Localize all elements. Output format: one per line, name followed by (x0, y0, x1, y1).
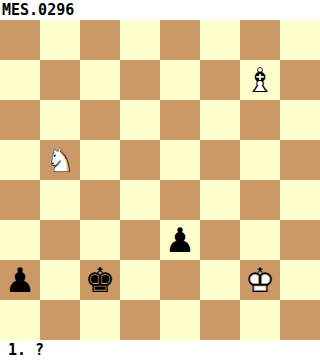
footer: 1. ? (0, 340, 320, 360)
white-knight-icon: ♞♘ (40, 140, 80, 180)
white-bishop-icon: ♝♗ (240, 60, 280, 100)
square-c8[interactable] (80, 20, 120, 60)
square-d1[interactable] (120, 300, 160, 340)
square-h5[interactable] (280, 140, 320, 180)
square-f8[interactable] (200, 20, 240, 60)
square-b6[interactable] (40, 100, 80, 140)
black-pawn-icon: ♟ (160, 220, 200, 260)
move-prompt: 1. ? (0, 340, 44, 360)
square-h4[interactable] (280, 180, 320, 220)
square-e8[interactable] (160, 20, 200, 60)
square-c6[interactable] (80, 100, 120, 140)
square-f3[interactable] (200, 220, 240, 260)
square-g6[interactable] (240, 100, 280, 140)
chess-app-window: MES.0296 ♝♗♞♘♟♟♚♚♔ 1. ? (0, 0, 320, 360)
square-f6[interactable] (200, 100, 240, 140)
square-a6[interactable] (0, 100, 40, 140)
square-a1[interactable] (0, 300, 40, 340)
square-f7[interactable] (200, 60, 240, 100)
square-g8[interactable] (240, 20, 280, 60)
square-d4[interactable] (120, 180, 160, 220)
square-b8[interactable] (40, 20, 80, 60)
square-h3[interactable] (280, 220, 320, 260)
square-d2[interactable] (120, 260, 160, 300)
square-g7[interactable]: ♝♗ (240, 60, 280, 100)
puzzle-title: MES.0296 (0, 0, 74, 20)
square-f2[interactable] (200, 260, 240, 300)
square-b1[interactable] (40, 300, 80, 340)
header: MES.0296 (0, 0, 320, 20)
square-f5[interactable] (200, 140, 240, 180)
square-e3[interactable]: ♟ (160, 220, 200, 260)
square-b3[interactable] (40, 220, 80, 260)
square-e4[interactable] (160, 180, 200, 220)
square-g3[interactable] (240, 220, 280, 260)
square-c3[interactable] (80, 220, 120, 260)
square-g2[interactable]: ♚♔ (240, 260, 280, 300)
square-h2[interactable] (280, 260, 320, 300)
square-b2[interactable] (40, 260, 80, 300)
square-a2[interactable]: ♟ (0, 260, 40, 300)
square-a3[interactable] (0, 220, 40, 260)
black-king-icon: ♚ (80, 260, 120, 300)
chess-board: ♝♗♞♘♟♟♚♚♔ (0, 20, 320, 340)
square-h7[interactable] (280, 60, 320, 100)
square-e7[interactable] (160, 60, 200, 100)
square-a8[interactable] (0, 20, 40, 60)
square-d3[interactable] (120, 220, 160, 260)
square-h1[interactable] (280, 300, 320, 340)
square-d6[interactable] (120, 100, 160, 140)
square-c5[interactable] (80, 140, 120, 180)
square-a7[interactable] (0, 60, 40, 100)
square-c4[interactable] (80, 180, 120, 220)
square-e5[interactable] (160, 140, 200, 180)
square-a4[interactable] (0, 180, 40, 220)
square-c7[interactable] (80, 60, 120, 100)
square-e6[interactable] (160, 100, 200, 140)
square-b4[interactable] (40, 180, 80, 220)
square-g5[interactable] (240, 140, 280, 180)
square-c2[interactable]: ♚ (80, 260, 120, 300)
square-d8[interactable] (120, 20, 160, 60)
square-h8[interactable] (280, 20, 320, 60)
square-b7[interactable] (40, 60, 80, 100)
square-g1[interactable] (240, 300, 280, 340)
square-a5[interactable] (0, 140, 40, 180)
square-f4[interactable] (200, 180, 240, 220)
square-b5[interactable]: ♞♘ (40, 140, 80, 180)
square-g4[interactable] (240, 180, 280, 220)
square-e2[interactable] (160, 260, 200, 300)
square-c1[interactable] (80, 300, 120, 340)
square-e1[interactable] (160, 300, 200, 340)
white-king-icon: ♚♔ (240, 260, 280, 300)
square-h6[interactable] (280, 100, 320, 140)
black-pawn-icon: ♟ (0, 260, 40, 300)
square-f1[interactable] (200, 300, 240, 340)
square-d7[interactable] (120, 60, 160, 100)
square-d5[interactable] (120, 140, 160, 180)
